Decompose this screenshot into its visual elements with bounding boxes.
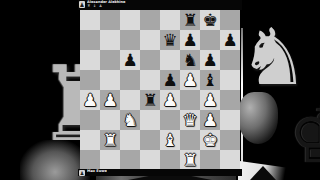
square-a3[interactable] bbox=[80, 110, 100, 130]
square-e8[interactable] bbox=[160, 10, 180, 30]
square-g7[interactable] bbox=[200, 30, 220, 50]
square-d4[interactable]: ♜ bbox=[140, 90, 160, 110]
black-rook-f8[interactable]: ♜ bbox=[180, 10, 200, 30]
black-king-g8[interactable]: ♚ bbox=[200, 10, 220, 30]
square-f5[interactable]: ♟ bbox=[180, 70, 200, 90]
square-d2[interactable] bbox=[140, 130, 160, 150]
square-c8[interactable] bbox=[120, 10, 140, 30]
square-e6[interactable] bbox=[160, 50, 180, 70]
square-e5[interactable]: ♟ bbox=[160, 70, 180, 90]
square-h6[interactable] bbox=[220, 50, 240, 70]
square-c7[interactable] bbox=[120, 30, 140, 50]
square-d3[interactable] bbox=[140, 110, 160, 130]
square-a5[interactable] bbox=[80, 70, 100, 90]
top-player-avatar-icon: ♟ bbox=[79, 1, 85, 8]
square-a7[interactable] bbox=[80, 30, 100, 50]
square-c5[interactable] bbox=[120, 70, 140, 90]
square-h2[interactable] bbox=[220, 130, 240, 150]
background-dark-king-photo-icon: ♚ bbox=[288, 96, 320, 174]
square-h8[interactable] bbox=[220, 10, 240, 30]
square-g3[interactable]: ♟ bbox=[200, 110, 220, 130]
square-g5[interactable]: ♝ bbox=[200, 70, 220, 90]
bottom-player-bar: ♟ Max Euwe bbox=[78, 169, 242, 176]
square-g1[interactable] bbox=[200, 150, 220, 170]
square-h3[interactable] bbox=[220, 110, 240, 130]
square-b2[interactable]: ♜ bbox=[100, 130, 120, 150]
square-f2[interactable] bbox=[180, 130, 200, 150]
square-a8[interactable] bbox=[80, 10, 100, 30]
square-f8[interactable]: ♜ bbox=[180, 10, 200, 30]
square-b7[interactable] bbox=[100, 30, 120, 50]
black-queen-e7[interactable]: ♛ bbox=[160, 30, 180, 50]
square-b1[interactable] bbox=[100, 150, 120, 170]
square-c2[interactable] bbox=[120, 130, 140, 150]
square-h4[interactable] bbox=[220, 90, 240, 110]
square-b4[interactable]: ♟ bbox=[100, 90, 120, 110]
square-b5[interactable] bbox=[100, 70, 120, 90]
square-a6[interactable] bbox=[80, 50, 100, 70]
square-e2[interactable]: ♝ bbox=[160, 130, 180, 150]
top-player-bar: ♟ Alexander Alekhine ♜ ♝ ♟ bbox=[78, 0, 242, 10]
square-e7[interactable]: ♛ bbox=[160, 30, 180, 50]
square-g6[interactable]: ♟ bbox=[200, 50, 220, 70]
square-d1[interactable] bbox=[140, 150, 160, 170]
square-f3[interactable]: ♛ bbox=[180, 110, 200, 130]
white-bishop-e2[interactable]: ♝ bbox=[160, 130, 180, 150]
white-knight-c3[interactable]: ♞ bbox=[120, 110, 140, 130]
white-pawn-g4[interactable]: ♟ bbox=[200, 90, 220, 110]
bottom-player-name: Max Euwe bbox=[87, 169, 107, 173]
black-bishop-g5[interactable]: ♝ bbox=[200, 70, 220, 90]
white-rook-f1[interactable]: ♜ bbox=[180, 150, 200, 170]
top-player-captured-pieces: ♜ ♝ ♟ bbox=[87, 4, 125, 8]
square-c1[interactable] bbox=[120, 150, 140, 170]
square-b8[interactable] bbox=[100, 10, 120, 30]
square-c6[interactable]: ♟ bbox=[120, 50, 140, 70]
white-pawn-e4[interactable]: ♟ bbox=[160, 90, 180, 110]
square-d5[interactable] bbox=[140, 70, 160, 90]
square-h7[interactable]: ♟ bbox=[220, 30, 240, 50]
square-f6[interactable]: ♞ bbox=[180, 50, 200, 70]
white-king-g2[interactable]: ♚ bbox=[200, 130, 220, 150]
square-g2[interactable]: ♚ bbox=[200, 130, 220, 150]
white-pawn-b4[interactable]: ♟ bbox=[100, 90, 120, 110]
square-a4[interactable]: ♟ bbox=[80, 90, 100, 110]
black-pawn-h7[interactable]: ♟ bbox=[220, 30, 240, 50]
black-pawn-c6[interactable]: ♟ bbox=[120, 50, 140, 70]
chess-board[interactable]: ♜♚♛♟♟♟♞♟♟♟♝♟♟♜♟♟♞♛♟♜♝♚♜ bbox=[80, 10, 240, 170]
square-b3[interactable] bbox=[100, 110, 120, 130]
square-c4[interactable] bbox=[120, 90, 140, 110]
square-g8[interactable]: ♚ bbox=[200, 10, 220, 30]
square-d8[interactable] bbox=[140, 10, 160, 30]
square-d6[interactable] bbox=[140, 50, 160, 70]
square-d7[interactable] bbox=[140, 30, 160, 50]
white-pawn-f5[interactable]: ♟ bbox=[180, 70, 200, 90]
square-f7[interactable]: ♟ bbox=[180, 30, 200, 50]
black-rook-d4[interactable]: ♜ bbox=[140, 90, 160, 110]
white-rook-b2[interactable]: ♜ bbox=[100, 130, 120, 150]
square-b6[interactable] bbox=[100, 50, 120, 70]
square-g4[interactable]: ♟ bbox=[200, 90, 220, 110]
square-f1[interactable]: ♜ bbox=[180, 150, 200, 170]
square-c3[interactable]: ♞ bbox=[120, 110, 140, 130]
square-f4[interactable] bbox=[180, 90, 200, 110]
black-pawn-g6[interactable]: ♟ bbox=[200, 50, 220, 70]
thumbnail-stage: ♜ ♞ ♚ ♟ Alexander Alekhine ♜ ♝ ♟ ♜♚♛♟♟♟♞… bbox=[0, 0, 320, 180]
background-knight-photo-icon: ♞ bbox=[239, 18, 309, 96]
square-e4[interactable]: ♟ bbox=[160, 90, 180, 110]
square-h5[interactable] bbox=[220, 70, 240, 90]
white-queen-f3[interactable]: ♛ bbox=[180, 110, 200, 130]
black-pawn-f7[interactable]: ♟ bbox=[180, 30, 200, 50]
square-h1[interactable] bbox=[220, 150, 240, 170]
bottom-player-avatar-icon: ♟ bbox=[79, 170, 85, 176]
square-a2[interactable] bbox=[80, 130, 100, 150]
square-a1[interactable] bbox=[80, 150, 100, 170]
square-e3[interactable] bbox=[160, 110, 180, 130]
background-knight-base bbox=[238, 92, 278, 144]
white-pawn-a4[interactable]: ♟ bbox=[80, 90, 100, 110]
square-e1[interactable] bbox=[160, 150, 180, 170]
black-knight-f6[interactable]: ♞ bbox=[180, 50, 200, 70]
black-pawn-e5[interactable]: ♟ bbox=[160, 70, 180, 90]
white-pawn-g3[interactable]: ♟ bbox=[200, 110, 220, 130]
